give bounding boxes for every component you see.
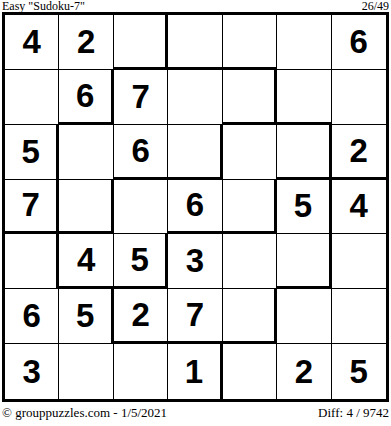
cell-r5c7-empty[interactable] xyxy=(332,234,386,289)
difficulty-label: Diff: 4 / 9742 xyxy=(318,405,389,421)
cell-r2c1-empty[interactable] xyxy=(5,70,59,125)
cell-r7c6-given-2: 2 xyxy=(277,344,331,399)
cell-r3c2-empty[interactable] xyxy=(59,125,113,180)
header-bar: Easy "Sudoku-7" 26/49 xyxy=(0,0,391,12)
given-count: 26/49 xyxy=(362,0,389,12)
cell-r7c5-empty[interactable] xyxy=(223,344,277,399)
cell-r7c2-empty[interactable] xyxy=(59,344,113,399)
cell-r7c3-empty[interactable] xyxy=(114,344,168,399)
cell-r6c3-given-2: 2 xyxy=(114,289,168,344)
cell-r6c7-empty[interactable] xyxy=(332,289,386,344)
sudoku-board: 42667562765445365273125 xyxy=(2,12,389,402)
cell-r1c2-given-2: 2 xyxy=(59,15,113,70)
cell-r3c3-given-6: 6 xyxy=(114,125,168,180)
cell-r5c2-given-4: 4 xyxy=(59,234,113,289)
cell-r4c6-given-5: 5 xyxy=(277,180,331,235)
cell-r7c1-given-3: 3 xyxy=(5,344,59,399)
cell-r3c7-given-2: 2 xyxy=(332,125,386,180)
cell-r6c4-given-7: 7 xyxy=(168,289,222,344)
cell-r3c1-given-5: 5 xyxy=(5,125,59,180)
cell-r5c1-empty[interactable] xyxy=(5,234,59,289)
cell-r2c2-given-6: 6 xyxy=(59,70,113,125)
cell-r2c7-empty[interactable] xyxy=(332,70,386,125)
cell-r6c1-given-6: 6 xyxy=(5,289,59,344)
cell-r4c2-empty[interactable] xyxy=(59,180,113,235)
cell-r7c4-given-1: 1 xyxy=(168,344,222,399)
cell-r7c7-given-5: 5 xyxy=(332,344,386,399)
cell-r4c5-empty[interactable] xyxy=(223,180,277,235)
cell-r2c6-empty[interactable] xyxy=(277,70,331,125)
cell-r6c6-empty[interactable] xyxy=(277,289,331,344)
cell-r5c4-given-3: 3 xyxy=(168,234,222,289)
cell-r2c3-given-7: 7 xyxy=(114,70,168,125)
copyright-credit: © grouppuzzles.com - 1/5/2021 xyxy=(2,405,167,421)
cell-r1c4-empty[interactable] xyxy=(168,15,222,70)
cell-r1c1-given-4: 4 xyxy=(5,15,59,70)
cell-r1c6-empty[interactable] xyxy=(277,15,331,70)
cell-r2c4-empty[interactable] xyxy=(168,70,222,125)
cell-r4c4-given-6: 6 xyxy=(168,180,222,235)
cell-r2c5-empty[interactable] xyxy=(223,70,277,125)
cell-r4c1-given-7: 7 xyxy=(5,180,59,235)
cell-r4c7-given-4: 4 xyxy=(332,180,386,235)
cell-r5c6-empty[interactable] xyxy=(277,234,331,289)
cell-r5c3-given-5: 5 xyxy=(114,234,168,289)
cell-r3c5-empty[interactable] xyxy=(223,125,277,180)
cell-r1c3-empty[interactable] xyxy=(114,15,168,70)
cell-r4c3-empty[interactable] xyxy=(114,180,168,235)
cell-r6c5-empty[interactable] xyxy=(223,289,277,344)
cell-r3c4-empty[interactable] xyxy=(168,125,222,180)
puzzle-title: Easy "Sudoku-7" xyxy=(2,0,85,12)
cell-r5c5-empty[interactable] xyxy=(223,234,277,289)
cell-r3c6-empty[interactable] xyxy=(277,125,331,180)
cell-r1c5-empty[interactable] xyxy=(223,15,277,70)
cell-r1c7-given-6: 6 xyxy=(332,15,386,70)
cell-r6c2-given-5: 5 xyxy=(59,289,113,344)
footer-bar: © grouppuzzles.com - 1/5/2021 Diff: 4 / … xyxy=(0,405,391,421)
